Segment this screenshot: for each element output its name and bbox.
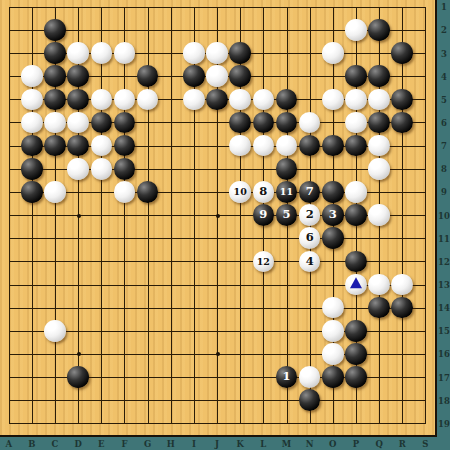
- black-stone-D7[interactable]: [67, 135, 89, 157]
- grid-line-vertical: [402, 7, 403, 425]
- white-stone-I3[interactable]: [183, 42, 205, 64]
- black-stone-K6[interactable]: [229, 112, 251, 134]
- white-stone-P6[interactable]: [345, 112, 367, 134]
- row-label-11: 11: [437, 234, 450, 244]
- white-stone-E3[interactable]: [91, 42, 113, 64]
- black-stone-F6[interactable]: [114, 112, 136, 134]
- black-stone-R6[interactable]: [391, 112, 413, 134]
- white-stone-K9[interactable]: 10: [229, 181, 251, 203]
- black-stone-Q14[interactable]: [368, 297, 390, 319]
- row-label-6: 6: [437, 118, 450, 128]
- grid-line-horizontal: [9, 308, 427, 309]
- row-label-3: 3: [437, 49, 450, 59]
- black-stone-G4[interactable]: [137, 65, 159, 87]
- row-label-12: 12: [437, 257, 450, 267]
- white-stone-R13[interactable]: [391, 274, 413, 296]
- black-stone-O11[interactable]: [322, 227, 344, 249]
- black-stone-G9[interactable]: [137, 181, 159, 203]
- row-label-1: 1: [437, 2, 450, 12]
- white-stone-L5[interactable]: [253, 89, 275, 111]
- white-stone-D6[interactable]: [67, 112, 89, 134]
- black-stone-M17[interactable]: 1: [276, 366, 298, 388]
- black-stone-Q2[interactable]: [368, 19, 390, 41]
- white-stone-L7[interactable]: [253, 135, 275, 157]
- black-stone-F8[interactable]: [114, 158, 136, 180]
- white-stone-K7[interactable]: [229, 135, 251, 157]
- move-number-label: 6: [306, 232, 314, 244]
- black-stone-C4[interactable]: [44, 65, 66, 87]
- move-number-label: 1: [282, 371, 290, 383]
- column-label-F: F: [117, 439, 131, 449]
- black-stone-F7[interactable]: [114, 135, 136, 157]
- black-stone-C7[interactable]: [44, 135, 66, 157]
- move-number-label: 8: [259, 186, 267, 198]
- move-number-label: 3: [329, 209, 337, 221]
- black-stone-O17[interactable]: [322, 366, 344, 388]
- black-stone-R14[interactable]: [391, 297, 413, 319]
- row-label-19: 19: [437, 419, 450, 429]
- black-stone-D4[interactable]: [67, 65, 89, 87]
- black-stone-M8[interactable]: [276, 158, 298, 180]
- row-label-14: 14: [437, 303, 450, 313]
- move-number-label: 2: [306, 209, 314, 221]
- white-stone-N12[interactable]: 4: [299, 251, 321, 273]
- go-game-viewer: 108117952361241 ABCDEFGHIJKLMNOPQRS12345…: [0, 0, 450, 450]
- black-stone-L10[interactable]: 9: [253, 204, 275, 226]
- black-stone-N18[interactable]: [299, 389, 321, 411]
- row-label-18: 18: [437, 396, 450, 406]
- black-stone-O7[interactable]: [322, 135, 344, 157]
- column-label-N: N: [303, 439, 317, 449]
- white-stone-B5[interactable]: [21, 89, 43, 111]
- row-label-2: 2: [437, 25, 450, 35]
- black-stone-K3[interactable]: [229, 42, 251, 64]
- black-stone-P16[interactable]: [345, 343, 367, 365]
- white-stone-E8[interactable]: [91, 158, 113, 180]
- white-stone-B4[interactable]: [21, 65, 43, 87]
- move-number-label: 9: [259, 209, 267, 221]
- white-stone-O5[interactable]: [322, 89, 344, 111]
- black-stone-R5[interactable]: [391, 89, 413, 111]
- move-number-label: 4: [306, 256, 314, 268]
- black-stone-B9[interactable]: [21, 181, 43, 203]
- white-stone-N11[interactable]: 6: [299, 227, 321, 249]
- white-stone-F3[interactable]: [114, 42, 136, 64]
- column-label-P: P: [349, 439, 363, 449]
- white-stone-E7[interactable]: [91, 135, 113, 157]
- grid-line-horizontal: [9, 400, 427, 401]
- column-label-E: E: [94, 439, 108, 449]
- column-label-R: R: [395, 439, 409, 449]
- black-stone-K4[interactable]: [229, 65, 251, 87]
- row-label-13: 13: [437, 280, 450, 290]
- grid-line-horizontal: [9, 238, 427, 239]
- white-stone-D3[interactable]: [67, 42, 89, 64]
- black-stone-Q6[interactable]: [368, 112, 390, 134]
- black-stone-P7[interactable]: [345, 135, 367, 157]
- column-label-M: M: [280, 439, 294, 449]
- white-stone-Q13[interactable]: [368, 274, 390, 296]
- move-number-label: 7: [306, 186, 314, 198]
- black-stone-O9[interactable]: [322, 181, 344, 203]
- white-stone-G5[interactable]: [137, 89, 159, 111]
- column-label-Q: Q: [372, 439, 386, 449]
- white-stone-P5[interactable]: [345, 89, 367, 111]
- white-stone-Q5[interactable]: [368, 89, 390, 111]
- grid-line-horizontal: [9, 423, 427, 424]
- row-label-8: 8: [437, 164, 450, 174]
- white-stone-J4[interactable]: [206, 65, 228, 87]
- black-stone-N9[interactable]: 7: [299, 181, 321, 203]
- black-stone-P10[interactable]: [345, 204, 367, 226]
- black-stone-D17[interactable]: [67, 366, 89, 388]
- grid-line-vertical: [425, 7, 426, 425]
- row-label-16: 16: [437, 349, 450, 359]
- move-number-label: 12: [257, 257, 270, 267]
- black-stone-M9[interactable]: 11: [276, 181, 298, 203]
- black-stone-D5[interactable]: [67, 89, 89, 111]
- black-stone-E6[interactable]: [91, 112, 113, 134]
- column-label-D: D: [71, 439, 85, 449]
- black-stone-I4[interactable]: [183, 65, 205, 87]
- white-stone-O14[interactable]: [322, 297, 344, 319]
- move-number-label: 5: [282, 209, 290, 221]
- white-stone-O15[interactable]: [322, 320, 344, 342]
- white-stone-K5[interactable]: [229, 89, 251, 111]
- column-label-B: B: [25, 439, 39, 449]
- row-label-15: 15: [437, 326, 450, 336]
- white-stone-C6[interactable]: [44, 112, 66, 134]
- white-stone-M7[interactable]: [276, 135, 298, 157]
- white-stone-L9[interactable]: 8: [253, 181, 275, 203]
- black-stone-O10[interactable]: 3: [322, 204, 344, 226]
- column-label-I: I: [187, 439, 201, 449]
- move-number-label: 11: [280, 187, 293, 197]
- star-point: [77, 214, 81, 218]
- black-stone-N7[interactable]: [299, 135, 321, 157]
- black-stone-C3[interactable]: [44, 42, 66, 64]
- white-stone-J3[interactable]: [206, 42, 228, 64]
- black-stone-P17[interactable]: [345, 366, 367, 388]
- black-stone-B8[interactable]: [21, 158, 43, 180]
- row-label-17: 17: [437, 373, 450, 383]
- column-label-C: C: [48, 439, 62, 449]
- white-stone-B6[interactable]: [21, 112, 43, 134]
- white-stone-N6[interactable]: [299, 112, 321, 134]
- black-stone-R3[interactable]: [391, 42, 413, 64]
- column-label-H: H: [164, 439, 178, 449]
- column-label-J: J: [210, 439, 224, 449]
- move-number-label: 10: [234, 187, 247, 197]
- row-label-9: 9: [437, 187, 450, 197]
- column-label-K: K: [233, 439, 247, 449]
- white-stone-Q10[interactable]: [368, 204, 390, 226]
- white-stone-P13[interactable]: [345, 274, 367, 296]
- star-point: [77, 352, 81, 356]
- white-stone-N10[interactable]: 2: [299, 204, 321, 226]
- white-stone-L12[interactable]: 12: [253, 251, 275, 273]
- white-stone-F5[interactable]: [114, 89, 136, 111]
- row-label-10: 10: [437, 211, 450, 221]
- white-stone-D8[interactable]: [67, 158, 89, 180]
- go-board[interactable]: 108117952361241: [0, 0, 437, 437]
- column-label-A: A: [2, 439, 16, 449]
- column-label-G: G: [141, 439, 155, 449]
- row-label-4: 4: [437, 72, 450, 82]
- column-label-S: S: [418, 439, 432, 449]
- black-stone-P15[interactable]: [345, 320, 367, 342]
- column-label-L: L: [256, 439, 270, 449]
- white-stone-P9[interactable]: [345, 181, 367, 203]
- white-stone-O16[interactable]: [322, 343, 344, 365]
- column-label-O: O: [326, 439, 340, 449]
- black-stone-J5[interactable]: [206, 89, 228, 111]
- black-stone-B7[interactable]: [21, 135, 43, 157]
- white-stone-Q8[interactable]: [368, 158, 390, 180]
- black-stone-C5[interactable]: [44, 89, 66, 111]
- white-stone-O3[interactable]: [322, 42, 344, 64]
- white-stone-Q7[interactable]: [368, 135, 390, 157]
- row-label-7: 7: [437, 141, 450, 151]
- white-stone-I5[interactable]: [183, 89, 205, 111]
- white-stone-E5[interactable]: [91, 89, 113, 111]
- star-point: [216, 214, 220, 218]
- triangle-marker-icon: [350, 278, 362, 289]
- black-stone-L6[interactable]: [253, 112, 275, 134]
- white-stone-F9[interactable]: [114, 181, 136, 203]
- black-stone-Q4[interactable]: [368, 65, 390, 87]
- black-stone-M6[interactable]: [276, 112, 298, 134]
- black-stone-P12[interactable]: [345, 251, 367, 273]
- black-stone-P4[interactable]: [345, 65, 367, 87]
- black-stone-M10[interactable]: 5: [276, 204, 298, 226]
- white-stone-C15[interactable]: [44, 320, 66, 342]
- black-stone-C2[interactable]: [44, 19, 66, 41]
- black-stone-M5[interactable]: [276, 89, 298, 111]
- white-stone-C9[interactable]: [44, 181, 66, 203]
- row-label-5: 5: [437, 95, 450, 105]
- white-stone-N17[interactable]: [299, 366, 321, 388]
- white-stone-P2[interactable]: [345, 19, 367, 41]
